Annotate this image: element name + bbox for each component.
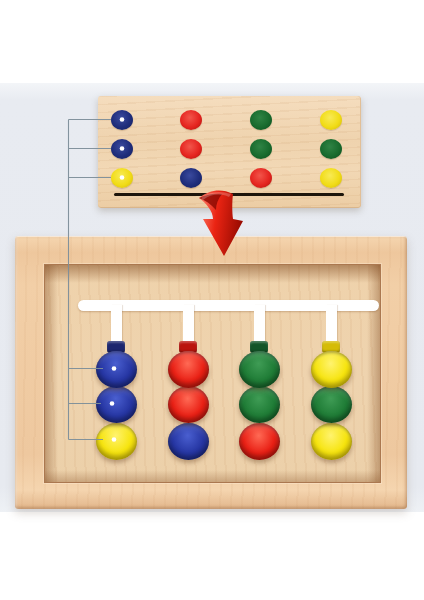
disc-col2-row2-red[interactable] <box>168 386 209 423</box>
disc-col1-row2-blue[interactable] <box>96 386 137 423</box>
card-dot-row2-col3-green <box>250 139 272 159</box>
disc-col3-row1-green[interactable] <box>239 351 280 388</box>
disc-col3-row3-red[interactable] <box>239 423 280 460</box>
disc-col3-row2-green[interactable] <box>239 386 280 423</box>
disc-col4-row2-green[interactable] <box>311 386 352 423</box>
card-dot-row3-col4-yellow <box>320 168 342 188</box>
card-dot-row3-col2-blue <box>180 168 202 188</box>
card-dot-row2-col4-green <box>320 139 342 159</box>
card-dot-row1-col1-blue <box>111 110 133 130</box>
board-well <box>44 264 381 483</box>
disc-col2-row3-blue[interactable] <box>168 423 209 460</box>
card-dot-row2-col1-blue <box>111 139 133 159</box>
card-dot-row3-col3-red <box>250 168 272 188</box>
card-dot-row1-col4-yellow <box>320 110 342 130</box>
disc-col4-row1-yellow[interactable] <box>311 351 352 388</box>
disc-col1-row1-blue[interactable] <box>96 351 137 388</box>
card-dot-row2-col2-red <box>180 139 202 159</box>
game-board <box>15 236 407 509</box>
card-dot-row1-col2-red <box>180 110 202 130</box>
disc-col2-row1-red[interactable] <box>168 351 209 388</box>
card-dot-row1-col3-green <box>250 110 272 130</box>
disc-col4-row3-yellow[interactable] <box>311 423 352 460</box>
product-photo <box>0 0 424 600</box>
down-arrow-icon <box>193 188 253 260</box>
disc-col1-row3-yellow[interactable] <box>96 423 137 460</box>
card-dot-row3-col1-yellow <box>111 168 133 188</box>
